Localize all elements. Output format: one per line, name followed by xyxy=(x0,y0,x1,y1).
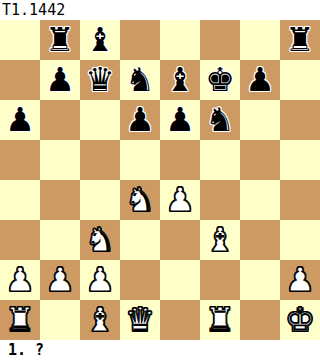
square-h8[interactable]: ♜ xyxy=(280,20,320,60)
square-h6[interactable] xyxy=(280,100,320,140)
square-e1[interactable] xyxy=(160,300,200,340)
black-pawn-a6: ♟ xyxy=(5,100,35,140)
square-g1[interactable] xyxy=(240,300,280,340)
square-c3[interactable]: ♞ xyxy=(80,220,120,260)
square-g7[interactable]: ♟ xyxy=(240,60,280,100)
black-pawn-b7: ♟ xyxy=(45,60,75,100)
square-a2[interactable]: ♟ xyxy=(0,260,40,300)
square-g4[interactable] xyxy=(240,180,280,220)
square-h1[interactable]: ♚ xyxy=(280,300,320,340)
square-b5[interactable] xyxy=(40,140,80,180)
black-bishop-c8: ♝ xyxy=(85,20,115,60)
square-b6[interactable] xyxy=(40,100,80,140)
white-pawn-a2: ♟ xyxy=(5,260,35,300)
square-a7[interactable] xyxy=(0,60,40,100)
square-h5[interactable] xyxy=(280,140,320,180)
black-king-f7: ♚ xyxy=(205,60,235,100)
square-e2[interactable] xyxy=(160,260,200,300)
black-rook-h8: ♜ xyxy=(285,20,315,60)
square-e7[interactable]: ♝ xyxy=(160,60,200,100)
square-c7[interactable]: ♛ xyxy=(80,60,120,100)
white-pawn-h2: ♟ xyxy=(285,260,315,300)
black-knight-f6: ♞ xyxy=(205,100,235,140)
square-d4[interactable]: ♞ xyxy=(120,180,160,220)
square-f4[interactable] xyxy=(200,180,240,220)
square-b7[interactable]: ♟ xyxy=(40,60,80,100)
puzzle-title-bar: T1.1442 xyxy=(0,0,320,20)
square-g3[interactable] xyxy=(240,220,280,260)
white-pawn-e4: ♟ xyxy=(165,180,195,220)
puzzle-title: T1.1442 xyxy=(2,0,65,20)
black-pawn-g7: ♟ xyxy=(245,60,275,100)
square-f7[interactable]: ♚ xyxy=(200,60,240,100)
square-d1[interactable]: ♛ xyxy=(120,300,160,340)
black-pawn-d6: ♟ xyxy=(125,100,155,140)
square-g5[interactable] xyxy=(240,140,280,180)
move-prompt-bar: 1. ? xyxy=(0,340,320,360)
black-queen-c7: ♛ xyxy=(85,60,115,100)
white-bishop-f3: ♝ xyxy=(205,220,235,260)
square-g2[interactable] xyxy=(240,260,280,300)
square-b3[interactable] xyxy=(40,220,80,260)
square-e3[interactable] xyxy=(160,220,200,260)
square-d8[interactable] xyxy=(120,20,160,60)
black-pawn-e6: ♟ xyxy=(165,100,195,140)
square-f1[interactable]: ♜ xyxy=(200,300,240,340)
white-rook-a1: ♜ xyxy=(5,300,35,340)
square-d7[interactable]: ♞ xyxy=(120,60,160,100)
square-d2[interactable] xyxy=(120,260,160,300)
square-a8[interactable] xyxy=(0,20,40,60)
square-b4[interactable] xyxy=(40,180,80,220)
square-e5[interactable] xyxy=(160,140,200,180)
square-b8[interactable]: ♜ xyxy=(40,20,80,60)
black-bishop-e7: ♝ xyxy=(165,60,195,100)
square-a6[interactable]: ♟ xyxy=(0,100,40,140)
white-pawn-c2: ♟ xyxy=(85,260,115,300)
white-bishop-c1: ♝ xyxy=(85,300,115,340)
square-f6[interactable]: ♞ xyxy=(200,100,240,140)
square-f8[interactable] xyxy=(200,20,240,60)
square-b1[interactable] xyxy=(40,300,80,340)
move-prompt: 1. ? xyxy=(8,340,44,360)
black-knight-d7: ♞ xyxy=(125,60,155,100)
square-f3[interactable]: ♝ xyxy=(200,220,240,260)
square-d3[interactable] xyxy=(120,220,160,260)
square-c5[interactable] xyxy=(80,140,120,180)
white-king-h1: ♚ xyxy=(285,300,315,340)
square-c2[interactable]: ♟ xyxy=(80,260,120,300)
square-g8[interactable] xyxy=(240,20,280,60)
white-pawn-b2: ♟ xyxy=(45,260,75,300)
square-a5[interactable] xyxy=(0,140,40,180)
square-h3[interactable] xyxy=(280,220,320,260)
square-h4[interactable] xyxy=(280,180,320,220)
square-a1[interactable]: ♜ xyxy=(0,300,40,340)
chess-board: ♜♝♜♟♛♞♝♚♟♟♟♟♞♞♟♞♝♟♟♟♟♜♝♛♜♚ xyxy=(0,20,320,340)
square-e6[interactable]: ♟ xyxy=(160,100,200,140)
white-queen-d1: ♛ xyxy=(125,300,155,340)
square-f2[interactable] xyxy=(200,260,240,300)
square-b2[interactable]: ♟ xyxy=(40,260,80,300)
white-rook-f1: ♜ xyxy=(205,300,235,340)
square-a4[interactable] xyxy=(0,180,40,220)
square-a3[interactable] xyxy=(0,220,40,260)
square-h2[interactable]: ♟ xyxy=(280,260,320,300)
square-c4[interactable] xyxy=(80,180,120,220)
black-rook-b8: ♜ xyxy=(45,20,75,60)
square-d5[interactable] xyxy=(120,140,160,180)
square-c6[interactable] xyxy=(80,100,120,140)
square-c1[interactable]: ♝ xyxy=(80,300,120,340)
square-g6[interactable] xyxy=(240,100,280,140)
white-knight-d4: ♞ xyxy=(125,180,155,220)
square-e4[interactable]: ♟ xyxy=(160,180,200,220)
square-h7[interactable] xyxy=(280,60,320,100)
square-e8[interactable] xyxy=(160,20,200,60)
square-d6[interactable]: ♟ xyxy=(120,100,160,140)
square-c8[interactable]: ♝ xyxy=(80,20,120,60)
square-f5[interactable] xyxy=(200,140,240,180)
white-knight-c3: ♞ xyxy=(85,220,115,260)
